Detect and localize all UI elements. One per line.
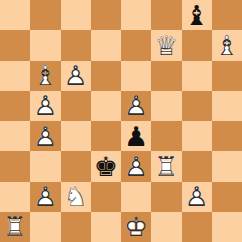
square-b2[interactable]: ♟♙ (30, 182, 60, 212)
square-h4[interactable] (212, 121, 242, 151)
piece-glyph-outline: ♙ (30, 91, 60, 121)
white-pawn-piece: ♟♙ (30, 91, 60, 121)
piece-glyph-outline: ♔ (121, 212, 151, 242)
square-d5[interactable] (91, 91, 121, 121)
square-g3[interactable] (182, 151, 212, 181)
square-h7[interactable]: ♝♗ (212, 30, 242, 60)
piece-glyph-outline: ♙ (30, 121, 60, 151)
square-h5[interactable] (212, 91, 242, 121)
square-a4[interactable] (0, 121, 30, 151)
square-b4[interactable]: ♟♙ (30, 121, 60, 151)
square-b8[interactable] (30, 0, 60, 30)
piece-glyph-fill: ♝ (182, 0, 212, 30)
square-a7[interactable] (0, 30, 30, 60)
piece-glyph-outline: ♙ (61, 61, 91, 91)
piece-glyph-outline: ♖ (0, 212, 30, 242)
square-e3[interactable]: ♟♙ (121, 151, 151, 181)
piece-glyph-outline: ♗ (30, 61, 60, 91)
white-pawn-piece: ♟♙ (182, 182, 212, 212)
square-f3[interactable]: ♜♖ (151, 151, 181, 181)
square-c4[interactable] (61, 121, 91, 151)
square-f4[interactable] (151, 121, 181, 151)
white-pawn-piece: ♟♙ (121, 151, 151, 181)
piece-glyph-fill: ♚ (91, 151, 121, 181)
piece-glyph-outline: ♙ (121, 151, 151, 181)
square-f7[interactable]: ♛♕ (151, 30, 181, 60)
square-b3[interactable] (30, 151, 60, 181)
piece-glyph-fill: ♟ (121, 121, 151, 151)
black-bishop-piece: ♝ (182, 0, 212, 30)
square-e5[interactable]: ♟♙ (121, 91, 151, 121)
square-c7[interactable] (61, 30, 91, 60)
square-b1[interactable] (30, 212, 60, 242)
square-e8[interactable] (121, 0, 151, 30)
white-pawn-piece: ♟♙ (121, 91, 151, 121)
square-d2[interactable] (91, 182, 121, 212)
square-d6[interactable] (91, 61, 121, 91)
square-f5[interactable] (151, 91, 181, 121)
square-g6[interactable] (182, 61, 212, 91)
piece-glyph-outline: ♖ (151, 151, 181, 181)
white-bishop-piece: ♝♗ (212, 30, 242, 60)
square-a1[interactable]: ♜♖ (0, 212, 30, 242)
white-pawn-piece: ♟♙ (61, 61, 91, 91)
white-rook-piece: ♜♖ (0, 212, 30, 242)
square-g4[interactable] (182, 121, 212, 151)
square-b6[interactable]: ♝♗ (30, 61, 60, 91)
white-pawn-piece: ♟♙ (30, 182, 60, 212)
piece-glyph-outline: ♙ (182, 182, 212, 212)
black-pawn-piece: ♟ (121, 121, 151, 151)
square-c5[interactable] (61, 91, 91, 121)
piece-glyph-outline: ♕ (151, 30, 181, 60)
white-queen-piece: ♛♕ (151, 30, 181, 60)
black-king-piece: ♚ (91, 151, 121, 181)
square-a5[interactable] (0, 91, 30, 121)
square-e2[interactable] (121, 182, 151, 212)
square-e6[interactable] (121, 61, 151, 91)
chess-board-wrapper: ♝♛♕♝♗♝♗♟♙♟♙♟♙♟♙♟♚♟♙♜♖♟♙♞♘♟♙♜♖♚♔ (0, 0, 242, 242)
square-d3[interactable]: ♚ (91, 151, 121, 181)
square-h2[interactable] (212, 182, 242, 212)
square-e1[interactable]: ♚♔ (121, 212, 151, 242)
square-d8[interactable] (91, 0, 121, 30)
square-f8[interactable] (151, 0, 181, 30)
square-a6[interactable] (0, 61, 30, 91)
square-g5[interactable] (182, 91, 212, 121)
square-h6[interactable] (212, 61, 242, 91)
white-knight-piece: ♞♘ (61, 182, 91, 212)
square-d7[interactable] (91, 30, 121, 60)
square-a3[interactable] (0, 151, 30, 181)
piece-glyph-outline: ♙ (30, 182, 60, 212)
square-e7[interactable] (121, 30, 151, 60)
square-e4[interactable]: ♟ (121, 121, 151, 151)
square-g8[interactable]: ♝ (182, 0, 212, 30)
square-h3[interactable] (212, 151, 242, 181)
square-f1[interactable] (151, 212, 181, 242)
square-c3[interactable] (61, 151, 91, 181)
square-b5[interactable]: ♟♙ (30, 91, 60, 121)
square-c2[interactable]: ♞♘ (61, 182, 91, 212)
square-c8[interactable] (61, 0, 91, 30)
square-b7[interactable] (30, 30, 60, 60)
square-h8[interactable] (212, 0, 242, 30)
square-g7[interactable] (182, 30, 212, 60)
square-c6[interactable]: ♟♙ (61, 61, 91, 91)
piece-glyph-outline: ♗ (212, 30, 242, 60)
white-bishop-piece: ♝♗ (30, 61, 60, 91)
piece-glyph-outline: ♙ (121, 91, 151, 121)
piece-glyph-outline: ♘ (61, 182, 91, 212)
square-g2[interactable]: ♟♙ (182, 182, 212, 212)
square-g1[interactable] (182, 212, 212, 242)
white-rook-piece: ♜♖ (151, 151, 181, 181)
square-f2[interactable] (151, 182, 181, 212)
square-d1[interactable] (91, 212, 121, 242)
square-a2[interactable] (0, 182, 30, 212)
square-d4[interactable] (91, 121, 121, 151)
chess-board: ♝♛♕♝♗♝♗♟♙♟♙♟♙♟♙♟♚♟♙♜♖♟♙♞♘♟♙♜♖♚♔ (0, 0, 242, 242)
square-f6[interactable] (151, 61, 181, 91)
square-h1[interactable] (212, 212, 242, 242)
square-a8[interactable] (0, 0, 30, 30)
white-king-piece: ♚♔ (121, 212, 151, 242)
white-pawn-piece: ♟♙ (30, 121, 60, 151)
square-c1[interactable] (61, 212, 91, 242)
